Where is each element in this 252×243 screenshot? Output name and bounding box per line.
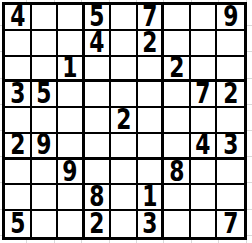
cell-r9c5[interactable]: [111, 211, 138, 237]
cell-r3c4[interactable]: [85, 57, 112, 83]
given-digit: 2: [89, 211, 104, 237]
cell-r3c7[interactable]: 2: [164, 57, 191, 83]
cell-r4c5[interactable]: [111, 82, 138, 108]
given-digit: 7: [196, 82, 211, 108]
cell-r4c9[interactable]: 2: [217, 82, 244, 108]
cell-r6c3[interactable]: [58, 134, 85, 160]
cell-r6c9[interactable]: 3: [217, 134, 244, 160]
cell-r4c7[interactable]: [164, 82, 191, 108]
cell-r7c4[interactable]: [85, 160, 112, 186]
cell-r1c4[interactable]: 5: [85, 5, 112, 31]
cell-r8c6[interactable]: 1: [138, 185, 165, 211]
cell-r7c3[interactable]: 9: [58, 160, 85, 186]
given-digit: 8: [169, 160, 184, 186]
cell-r1c8[interactable]: [191, 5, 218, 31]
given-digit: 2: [116, 108, 131, 134]
cell-r3c9[interactable]: [217, 57, 244, 83]
given-digit: 3: [10, 82, 25, 108]
cell-r7c7[interactable]: 8: [164, 160, 191, 186]
cell-r1c9[interactable]: 9: [217, 5, 244, 31]
cell-r5c4[interactable]: [85, 108, 112, 134]
given-digit: 7: [142, 5, 157, 31]
given-digit: 2: [223, 82, 238, 108]
given-digit: 1: [142, 185, 157, 211]
cell-r9c1[interactable]: 5: [5, 211, 32, 237]
given-digit: 5: [36, 82, 51, 108]
given-digit: 5: [10, 211, 25, 237]
cell-r5c7[interactable]: [164, 108, 191, 134]
cell-r6c5[interactable]: [111, 134, 138, 160]
cell-r3c8[interactable]: [191, 57, 218, 83]
cell-r3c3[interactable]: 1: [58, 57, 85, 83]
cell-r3c6[interactable]: [138, 57, 165, 83]
given-digit: 8: [89, 185, 104, 211]
cell-r2c2[interactable]: [32, 31, 59, 57]
given-digit: 3: [223, 134, 238, 159]
cell-r8c7[interactable]: [164, 185, 191, 211]
cell-r4c6[interactable]: [138, 82, 165, 108]
given-digit: 4: [10, 5, 25, 31]
cell-r7c5[interactable]: [111, 160, 138, 186]
cell-r2c8[interactable]: [191, 31, 218, 57]
cell-r7c9[interactable]: [217, 160, 244, 186]
given-digit: 1: [62, 57, 77, 82]
cell-r1c1[interactable]: 4: [5, 5, 32, 31]
cell-r3c2[interactable]: [32, 57, 59, 83]
given-digit: 4: [89, 31, 104, 57]
cell-r5c5[interactable]: 2: [111, 108, 138, 134]
cell-r6c2[interactable]: 9: [32, 134, 59, 160]
given-digit: 9: [36, 134, 51, 159]
cell-r2c7[interactable]: [164, 31, 191, 57]
cell-r1c3[interactable]: [58, 5, 85, 31]
cell-r1c5[interactable]: [111, 5, 138, 31]
cell-r6c4[interactable]: [85, 134, 112, 160]
cell-r6c7[interactable]: [164, 134, 191, 160]
cell-r7c1[interactable]: [5, 160, 32, 186]
cell-r6c6[interactable]: [138, 134, 165, 160]
cell-r9c8[interactable]: [191, 211, 218, 237]
cell-r7c6[interactable]: [138, 160, 165, 186]
cell-r4c3[interactable]: [58, 82, 85, 108]
cell-r8c9[interactable]: [217, 185, 244, 211]
cell-r3c5[interactable]: [111, 57, 138, 83]
cell-r8c1[interactable]: [5, 185, 32, 211]
cell-r8c2[interactable]: [32, 185, 59, 211]
given-digit: 7: [223, 211, 238, 237]
given-digit: 4: [196, 134, 211, 159]
cell-r4c4[interactable]: [85, 82, 112, 108]
given-digit: 9: [223, 5, 238, 31]
cell-r1c7[interactable]: [164, 5, 191, 31]
cell-r6c8[interactable]: 4: [191, 134, 218, 160]
cell-r5c6[interactable]: [138, 108, 165, 134]
cell-r2c1[interactable]: [5, 31, 32, 57]
cell-r5c9[interactable]: [217, 108, 244, 134]
cell-r5c2[interactable]: [32, 108, 59, 134]
given-digit: 3: [142, 211, 157, 237]
cell-r2c3[interactable]: [58, 31, 85, 57]
cell-r9c4[interactable]: 2: [85, 211, 112, 237]
given-digit: 2: [10, 134, 25, 159]
cell-r9c7[interactable]: [164, 211, 191, 237]
cell-r5c8[interactable]: [191, 108, 218, 134]
cell-r2c4[interactable]: 4: [85, 31, 112, 57]
given-digit: 2: [142, 31, 157, 57]
given-digit: 2: [169, 57, 184, 82]
cell-r4c2[interactable]: 5: [32, 82, 59, 108]
cell-r6c1[interactable]: 2: [5, 134, 32, 160]
cell-r8c4[interactable]: 8: [85, 185, 112, 211]
cell-r7c2[interactable]: [32, 160, 59, 186]
cell-r5c1[interactable]: [5, 108, 32, 134]
cell-r5c3[interactable]: [58, 108, 85, 134]
cell-r9c9[interactable]: 7: [217, 211, 244, 237]
cell-r8c8[interactable]: [191, 185, 218, 211]
cell-r2c9[interactable]: [217, 31, 244, 57]
sudoku-board-wrapper: 4579421235722294398815237: [0, 0, 252, 243]
given-digit: 9: [62, 160, 77, 186]
cell-r9c2[interactable]: [32, 211, 59, 237]
cell-r4c1[interactable]: 3: [5, 82, 32, 108]
cell-r9c3[interactable]: [58, 211, 85, 237]
cell-r8c5[interactable]: [111, 185, 138, 211]
cell-r2c6[interactable]: 2: [138, 31, 165, 57]
cell-r1c6[interactable]: 7: [138, 5, 165, 31]
given-digit: 5: [89, 5, 104, 31]
sudoku-board: 4579421235722294398815237: [2, 2, 247, 240]
cell-r8c3[interactable]: [58, 185, 85, 211]
cell-r3c1[interactable]: [5, 57, 32, 83]
cell-r7c8[interactable]: [191, 160, 218, 186]
cell-r2c5[interactable]: [111, 31, 138, 57]
cell-r1c2[interactable]: [32, 5, 59, 31]
cell-r4c8[interactable]: 7: [191, 82, 218, 108]
cell-r9c6[interactable]: 3: [138, 211, 165, 237]
